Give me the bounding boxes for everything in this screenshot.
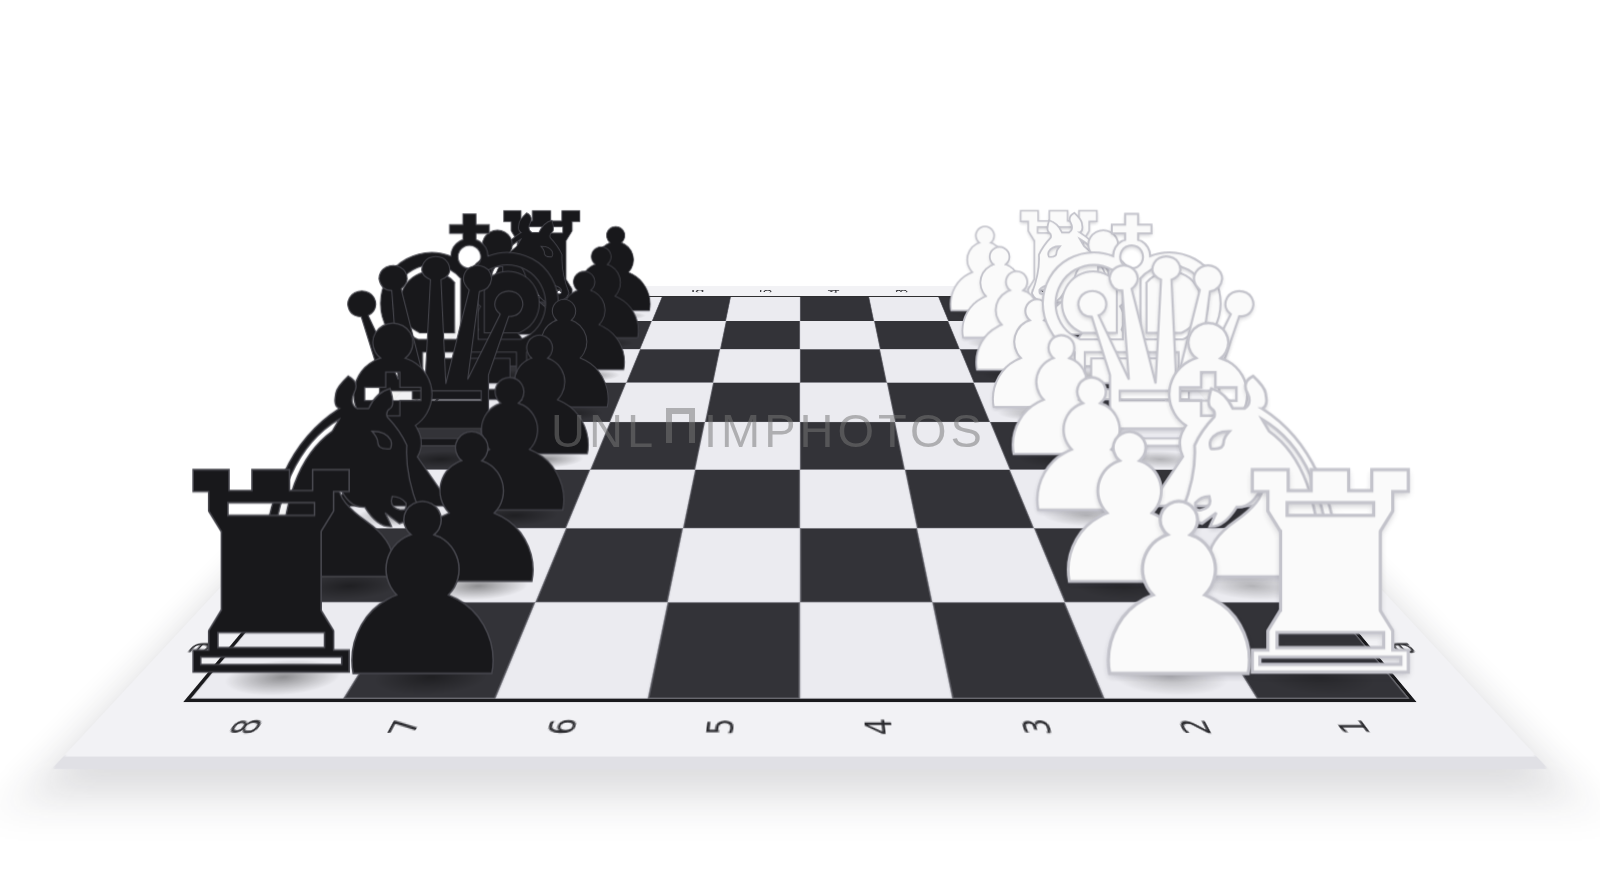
- white-rook-icon: ♜: [1205, 458, 1454, 694]
- rank-label-front-5: 5: [636, 699, 800, 757]
- scene: 87654321hhggffeeddccbbaa87654321 ♜♟♟♜♞♟♟…: [0, 0, 1600, 889]
- black-rook-icon: ♜: [146, 458, 395, 694]
- piece-white-rook-a1[interactable]: ♜: [1197, 602, 1409, 698]
- pieces-layer: ♜♟♟♜♞♟♟♞♝♟♟♝♚♟♟♚♛♟♟♛♝♟♟♝♞♟♟♞♜♟♟♜: [191, 297, 1409, 699]
- rank-label-back-4: 4: [800, 286, 869, 297]
- piece-black-rook-a8[interactable]: ♜: [191, 602, 403, 698]
- chess-board: 87654321hhggffeeddccbbaa87654321 ♜♟♟♜♞♟♟…: [63, 286, 1536, 757]
- rank-label-back-6: 6: [662, 286, 733, 297]
- rank-label-front-4: 4: [800, 699, 964, 757]
- rank-label-front-6: 6: [471, 699, 647, 757]
- rank-label-back-3: 3: [867, 286, 938, 297]
- rank-label-back-5: 5: [731, 286, 800, 297]
- rank-label-front-3: 3: [952, 699, 1128, 757]
